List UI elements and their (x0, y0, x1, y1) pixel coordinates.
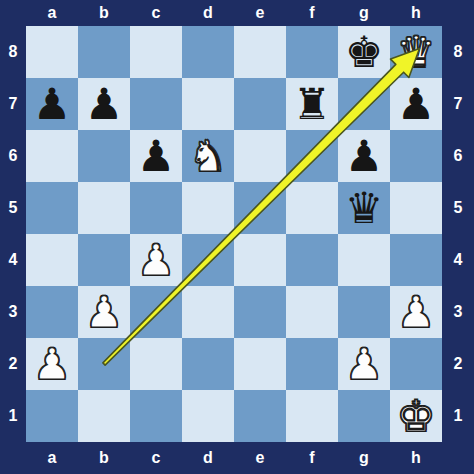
square-b2[interactable] (78, 338, 130, 390)
file-label-d: d (182, 442, 234, 474)
square-h6[interactable] (390, 130, 442, 182)
square-c4[interactable]: ♟ (130, 234, 182, 286)
square-c5[interactable] (130, 182, 182, 234)
rank-label-8: 8 (442, 26, 474, 78)
square-b4[interactable] (78, 234, 130, 286)
file-label-c: c (130, 0, 182, 26)
white-pawn-piece[interactable]: ♟ (338, 338, 390, 390)
white-pawn-piece[interactable]: ♟ (130, 234, 182, 286)
square-e4[interactable] (234, 234, 286, 286)
square-g2[interactable]: ♟ (338, 338, 390, 390)
black-pawn-piece[interactable]: ♟ (26, 78, 78, 130)
white-pawn-piece[interactable]: ♟ (26, 338, 78, 390)
square-c6[interactable]: ♟ (130, 130, 182, 182)
square-e7[interactable] (234, 78, 286, 130)
square-d6[interactable]: ♞ (182, 130, 234, 182)
square-b5[interactable] (78, 182, 130, 234)
rank-label-1: 1 (442, 390, 474, 442)
square-b8[interactable] (78, 26, 130, 78)
rank-label-6: 6 (442, 130, 474, 182)
chess-board-diagram: abcdefgh abcdefgh 87654321 87654321 ♚♛♟♟… (0, 0, 474, 474)
white-knight-piece[interactable]: ♞ (182, 130, 234, 182)
rank-label-3: 3 (0, 286, 26, 338)
square-d7[interactable] (182, 78, 234, 130)
file-label-e: e (234, 0, 286, 26)
square-e2[interactable] (234, 338, 286, 390)
square-d2[interactable] (182, 338, 234, 390)
square-h2[interactable] (390, 338, 442, 390)
square-h3[interactable]: ♟ (390, 286, 442, 338)
square-a7[interactable]: ♟ (26, 78, 78, 130)
black-king-piece[interactable]: ♚ (338, 26, 390, 78)
square-g6[interactable]: ♟ (338, 130, 390, 182)
file-label-a: a (26, 442, 78, 474)
square-b3[interactable]: ♟ (78, 286, 130, 338)
square-b7[interactable]: ♟ (78, 78, 130, 130)
square-d5[interactable] (182, 182, 234, 234)
black-queen-piece[interactable]: ♛ (338, 182, 390, 234)
square-f8[interactable] (286, 26, 338, 78)
rank-label-4: 4 (442, 234, 474, 286)
black-pawn-piece[interactable]: ♟ (390, 78, 442, 130)
file-label-b: b (78, 0, 130, 26)
square-e6[interactable] (234, 130, 286, 182)
square-f2[interactable] (286, 338, 338, 390)
square-e1[interactable] (234, 390, 286, 442)
white-queen-piece[interactable]: ♛ (390, 26, 442, 78)
file-label-h: h (390, 0, 442, 26)
rank-label-7: 7 (442, 78, 474, 130)
square-d4[interactable] (182, 234, 234, 286)
square-g4[interactable] (338, 234, 390, 286)
file-label-g: g (338, 0, 390, 26)
rank-label-8: 8 (0, 26, 26, 78)
white-king-piece[interactable]: ♚ (390, 390, 442, 442)
square-h4[interactable] (390, 234, 442, 286)
square-a1[interactable] (26, 390, 78, 442)
square-g3[interactable] (338, 286, 390, 338)
black-pawn-piece[interactable]: ♟ (130, 130, 182, 182)
square-f4[interactable] (286, 234, 338, 286)
square-c8[interactable] (130, 26, 182, 78)
rank-label-4: 4 (0, 234, 26, 286)
file-label-h: h (390, 442, 442, 474)
square-g8[interactable]: ♚ (338, 26, 390, 78)
white-pawn-piece[interactable]: ♟ (78, 286, 130, 338)
square-b6[interactable] (78, 130, 130, 182)
square-g5[interactable]: ♛ (338, 182, 390, 234)
file-label-f: f (286, 442, 338, 474)
square-c1[interactable] (130, 390, 182, 442)
file-label-b: b (78, 442, 130, 474)
chess-board: ♚♛♟♟♜♟♟♞♟♛♟♟♟♟♟♚ (26, 26, 442, 442)
rank-label-7: 7 (0, 78, 26, 130)
square-f6[interactable] (286, 130, 338, 182)
square-h5[interactable] (390, 182, 442, 234)
square-c7[interactable] (130, 78, 182, 130)
file-label-e: e (234, 442, 286, 474)
rank-label-1: 1 (0, 390, 26, 442)
square-d8[interactable] (182, 26, 234, 78)
black-pawn-piece[interactable]: ♟ (78, 78, 130, 130)
square-c3[interactable] (130, 286, 182, 338)
square-a6[interactable] (26, 130, 78, 182)
file-label-c: c (130, 442, 182, 474)
square-f7[interactable]: ♜ (286, 78, 338, 130)
square-a4[interactable] (26, 234, 78, 286)
square-g1[interactable] (338, 390, 390, 442)
square-b1[interactable] (78, 390, 130, 442)
rank-label-2: 2 (0, 338, 26, 390)
square-h7[interactable]: ♟ (390, 78, 442, 130)
square-a5[interactable] (26, 182, 78, 234)
square-f1[interactable] (286, 390, 338, 442)
square-h8[interactable]: ♛ (390, 26, 442, 78)
square-g7[interactable] (338, 78, 390, 130)
file-label-f: f (286, 0, 338, 26)
square-c2[interactable] (130, 338, 182, 390)
rank-label-2: 2 (442, 338, 474, 390)
rank-label-5: 5 (442, 182, 474, 234)
square-h1[interactable]: ♚ (390, 390, 442, 442)
file-label-g: g (338, 442, 390, 474)
rank-label-3: 3 (442, 286, 474, 338)
square-f5[interactable] (286, 182, 338, 234)
file-label-d: d (182, 0, 234, 26)
square-f3[interactable] (286, 286, 338, 338)
square-a3[interactable] (26, 286, 78, 338)
rank-label-6: 6 (0, 130, 26, 182)
square-e3[interactable] (234, 286, 286, 338)
square-d1[interactable] (182, 390, 234, 442)
square-a8[interactable] (26, 26, 78, 78)
black-pawn-piece[interactable]: ♟ (338, 130, 390, 182)
black-rook-piece[interactable]: ♜ (286, 78, 338, 130)
square-a2[interactable]: ♟ (26, 338, 78, 390)
square-d3[interactable] (182, 286, 234, 338)
white-pawn-piece[interactable]: ♟ (390, 286, 442, 338)
file-label-a: a (26, 0, 78, 26)
square-e5[interactable] (234, 182, 286, 234)
square-e8[interactable] (234, 26, 286, 78)
rank-label-5: 5 (0, 182, 26, 234)
